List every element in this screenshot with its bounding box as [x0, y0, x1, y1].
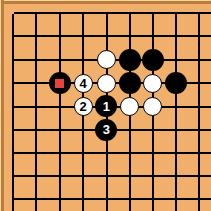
- white-stone: [97, 74, 116, 93]
- board-point: [48, 118, 71, 141]
- board-point: [95, 72, 118, 95]
- board-point: [72, 188, 95, 211]
- board-point: [141, 95, 164, 118]
- move-number: 3: [103, 123, 110, 136]
- black-stone: 3: [95, 119, 117, 141]
- board-point: [72, 2, 95, 25]
- black-stone: [119, 72, 141, 94]
- board-point: [164, 188, 187, 211]
- board-point: [25, 141, 48, 164]
- board-point: [141, 48, 164, 71]
- board-point: [2, 2, 25, 25]
- board-point: [141, 188, 164, 211]
- board-point: [48, 25, 71, 48]
- board-point: [188, 95, 211, 118]
- board-point: [118, 141, 141, 164]
- white-stone: [143, 97, 162, 116]
- board-point: [141, 25, 164, 48]
- board-point: [141, 141, 164, 164]
- board-point: [25, 164, 48, 187]
- board-point: [188, 164, 211, 187]
- move-number: 2: [80, 100, 87, 113]
- board-point: [2, 95, 25, 118]
- white-stone: [143, 74, 162, 93]
- board-point: [188, 188, 211, 211]
- board-point: [141, 72, 164, 95]
- board-point: [164, 2, 187, 25]
- black-stone: [119, 49, 141, 71]
- board-point: [48, 48, 71, 71]
- move-number: 1: [103, 100, 110, 113]
- board-point: [164, 141, 187, 164]
- board-point: [25, 72, 48, 95]
- red-square-marker: [55, 79, 64, 88]
- board-point: [72, 118, 95, 141]
- board-point: [141, 164, 164, 187]
- board-point: [164, 25, 187, 48]
- board-point: [164, 95, 187, 118]
- board-point: 3: [95, 118, 118, 141]
- board-point: [25, 48, 48, 71]
- board-point: [188, 48, 211, 71]
- board-point: [118, 164, 141, 187]
- board-point: [164, 118, 187, 141]
- board-point: [72, 25, 95, 48]
- white-stone: 2: [74, 97, 93, 116]
- go-diagram: 4213: [0, 0, 211, 211]
- board-point: [25, 2, 48, 25]
- white-stone: [120, 97, 139, 116]
- board-point: [95, 141, 118, 164]
- black-stone: [142, 49, 164, 71]
- board-point: 1: [95, 95, 118, 118]
- board-point: [2, 48, 25, 71]
- move-number: 4: [80, 77, 87, 90]
- board-point: [48, 141, 71, 164]
- board-point: [72, 48, 95, 71]
- board-point: [118, 72, 141, 95]
- board-point: [164, 72, 187, 95]
- board-point: [118, 48, 141, 71]
- board-point: [95, 164, 118, 187]
- board-point: [2, 164, 25, 187]
- board-point: [95, 188, 118, 211]
- board-point: [25, 25, 48, 48]
- board-point: [118, 118, 141, 141]
- board-point: [48, 72, 71, 95]
- board-point: [2, 141, 25, 164]
- board-point: [118, 25, 141, 48]
- board-point: [95, 25, 118, 48]
- board-point: [188, 72, 211, 95]
- black-stone: 1: [95, 95, 117, 117]
- board-point: [72, 141, 95, 164]
- board-point: [25, 188, 48, 211]
- board-point: [48, 95, 71, 118]
- white-stone: 4: [74, 74, 93, 93]
- board-point: [25, 95, 48, 118]
- white-stone: [97, 50, 116, 69]
- board-point: [72, 164, 95, 187]
- board-point: [48, 2, 71, 25]
- board-point: [164, 164, 187, 187]
- board-point: [95, 2, 118, 25]
- board-point: [2, 118, 25, 141]
- board-point: [95, 48, 118, 71]
- board-point: [188, 2, 211, 25]
- board-point: [25, 118, 48, 141]
- board-point: [2, 72, 25, 95]
- board-point: [118, 2, 141, 25]
- board-point: [2, 25, 25, 48]
- board-point: [48, 188, 71, 211]
- board-point: 4: [72, 72, 95, 95]
- board-point: [141, 118, 164, 141]
- board-point: [188, 141, 211, 164]
- board-point: [2, 188, 25, 211]
- board-point: [118, 95, 141, 118]
- board-point: [188, 25, 211, 48]
- board-point: [48, 164, 71, 187]
- black-stone: [165, 72, 187, 94]
- black-stone: [49, 72, 71, 94]
- board-point: 2: [72, 95, 95, 118]
- board-point: [118, 188, 141, 211]
- board-point: [188, 118, 211, 141]
- board-point: [141, 2, 164, 25]
- go-board-grid: 4213: [2, 2, 211, 211]
- board-point: [164, 48, 187, 71]
